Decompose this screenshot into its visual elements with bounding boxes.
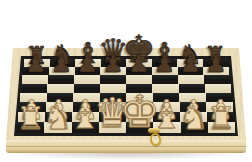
square-g1: ♞ [181, 122, 208, 133]
square-c6 [74, 75, 100, 84]
square-f7: ♟ [152, 67, 178, 75]
square-g7: ♟ [178, 67, 204, 75]
piece-black-pawn: ♟ [51, 52, 73, 76]
square-a5 [21, 84, 47, 93]
piece-black-pawn: ♟ [25, 52, 47, 76]
board-front-edge [6, 140, 246, 153]
board-row-rank7: ♟♟♟♟♟♟♟♟ [23, 67, 229, 75]
square-h6 [204, 75, 230, 84]
board-row-rank1: ♜♞♝♛♚♝♞♜ [17, 122, 235, 133]
piece-black-pawn: ♟ [128, 52, 150, 76]
square-c7: ♟ [75, 67, 101, 75]
square-b5 [47, 84, 73, 93]
chess-set-photo: ♜♞♝♛♚♝♞♜♟♟♟♟♟♟♟♟♟♟♟♟♟♟♟♟♜♞♝♛♚♝♞♜ [0, 0, 252, 162]
piece-black-pawn: ♟ [205, 52, 227, 76]
piece-black-pawn: ♟ [77, 52, 99, 76]
square-b1: ♞ [44, 122, 71, 133]
piece-white-knight: ♞ [179, 101, 209, 134]
brass-clasp [146, 127, 166, 147]
square-d7: ♟ [100, 67, 126, 75]
square-a6 [22, 75, 48, 84]
piece-white-rook: ♜ [17, 103, 45, 134]
square-h5 [205, 84, 231, 93]
square-f6 [152, 75, 178, 84]
square-h7: ♟ [203, 67, 229, 75]
square-e6 [126, 75, 152, 84]
square-b6 [48, 75, 74, 84]
piece-black-pawn: ♟ [180, 52, 202, 76]
square-g6 [178, 75, 204, 84]
board-row-rank6 [22, 75, 230, 84]
square-g5 [179, 84, 205, 93]
piece-white-rook: ♜ [207, 103, 235, 134]
square-a7: ♟ [23, 67, 49, 75]
piece-white-knight: ♞ [43, 101, 73, 134]
square-a1: ♜ [17, 122, 44, 133]
clasp-hook-icon [149, 132, 163, 147]
square-h1: ♜ [208, 122, 235, 133]
square-b7: ♟ [49, 67, 75, 75]
square-d6 [100, 75, 126, 84]
square-e7: ♟ [126, 67, 152, 75]
box-lid-seam [6, 146, 246, 147]
piece-black-pawn: ♟ [102, 52, 124, 76]
chess-board: ♜♞♝♛♚♝♞♜♟♟♟♟♟♟♟♟♟♟♟♟♟♟♟♟♜♞♝♛♚♝♞♜ [0, 59, 252, 133]
piece-black-pawn: ♟ [154, 52, 176, 76]
